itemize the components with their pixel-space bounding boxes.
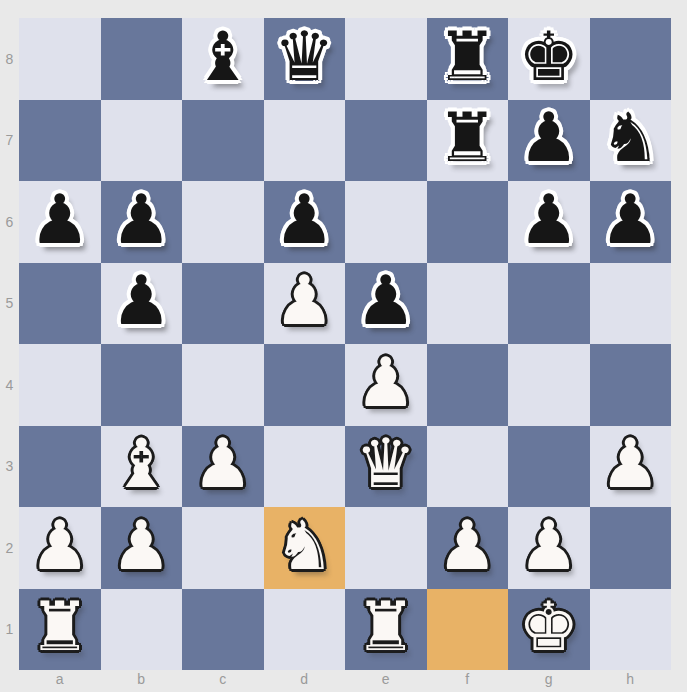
white-rook-icon[interactable]: ♜ <box>29 593 90 661</box>
rank-label-2: 2 <box>0 507 19 589</box>
rank-label-6: 6 <box>0 181 19 263</box>
square-g7[interactable]: ♟ <box>508 100 590 182</box>
white-pawn-icon[interactable]: ♟ <box>355 349 416 417</box>
file-label-d: d <box>264 666 346 692</box>
square-a7[interactable] <box>19 100 101 182</box>
square-d5[interactable]: ♟ <box>264 263 346 345</box>
square-f2[interactable]: ♟ <box>427 507 509 589</box>
black-pawn-icon[interactable]: ♟ <box>111 267 172 335</box>
square-a8[interactable] <box>19 18 101 100</box>
square-h8[interactable] <box>590 18 672 100</box>
white-knight-icon[interactable]: ♞ <box>274 512 335 580</box>
file-label-f: f <box>427 666 509 692</box>
square-f6[interactable] <box>427 181 509 263</box>
square-f5[interactable] <box>427 263 509 345</box>
black-pawn-icon[interactable]: ♟ <box>518 186 579 254</box>
square-c6[interactable] <box>182 181 264 263</box>
square-a2[interactable]: ♟ <box>19 507 101 589</box>
square-h3[interactable]: ♟ <box>590 426 672 508</box>
file-label-c: c <box>182 666 264 692</box>
square-e5[interactable]: ♟ <box>345 263 427 345</box>
square-a1[interactable]: ♜ <box>19 589 101 671</box>
square-b6[interactable]: ♟ <box>101 181 183 263</box>
square-e1[interactable]: ♜ <box>345 589 427 671</box>
black-pawn-icon[interactable]: ♟ <box>600 186 661 254</box>
square-a4[interactable] <box>19 344 101 426</box>
square-d2[interactable]: ♞ <box>264 507 346 589</box>
square-g1[interactable]: ♚ <box>508 589 590 671</box>
square-b2[interactable]: ♟ <box>101 507 183 589</box>
black-knight-icon[interactable]: ♞ <box>600 104 661 172</box>
white-pawn-icon[interactable]: ♟ <box>29 512 90 580</box>
file-labels: abcdefgh <box>19 666 671 692</box>
square-c4[interactable] <box>182 344 264 426</box>
rank-label-5: 5 <box>0 263 19 345</box>
square-e2[interactable] <box>345 507 427 589</box>
square-f1[interactable] <box>427 589 509 671</box>
square-h1[interactable] <box>590 589 672 671</box>
square-h4[interactable] <box>590 344 672 426</box>
black-pawn-icon[interactable]: ♟ <box>274 186 335 254</box>
white-pawn-icon[interactable]: ♟ <box>111 512 172 580</box>
square-h6[interactable]: ♟ <box>590 181 672 263</box>
square-c1[interactable] <box>182 589 264 671</box>
square-e6[interactable] <box>345 181 427 263</box>
black-bishop-icon[interactable]: ♝ <box>192 23 253 91</box>
square-e3[interactable]: ♛ <box>345 426 427 508</box>
chess-board[interactable]: ♝♛♜♚♜♟♞♟♟♟♟♟♟♟♟♟♝♟♛♟♟♟♞♟♟♜♜♚ <box>19 18 671 670</box>
square-b1[interactable] <box>101 589 183 671</box>
white-pawn-icon[interactable]: ♟ <box>192 430 253 498</box>
file-label-b: b <box>101 666 183 692</box>
square-e4[interactable]: ♟ <box>345 344 427 426</box>
square-e7[interactable] <box>345 100 427 182</box>
white-pawn-icon[interactable]: ♟ <box>437 512 498 580</box>
rank-label-3: 3 <box>0 426 19 508</box>
white-bishop-icon[interactable]: ♝ <box>111 430 172 498</box>
square-a5[interactable] <box>19 263 101 345</box>
white-pawn-icon[interactable]: ♟ <box>274 267 335 335</box>
square-e8[interactable] <box>345 18 427 100</box>
black-rook-icon[interactable]: ♜ <box>437 104 498 172</box>
square-a3[interactable] <box>19 426 101 508</box>
square-b3[interactable]: ♝ <box>101 426 183 508</box>
square-d4[interactable] <box>264 344 346 426</box>
square-d7[interactable] <box>264 100 346 182</box>
rank-label-7: 7 <box>0 100 19 182</box>
white-pawn-icon[interactable]: ♟ <box>600 430 661 498</box>
square-f7[interactable]: ♜ <box>427 100 509 182</box>
square-f8[interactable]: ♜ <box>427 18 509 100</box>
square-b4[interactable] <box>101 344 183 426</box>
square-b7[interactable] <box>101 100 183 182</box>
white-king-icon[interactable]: ♚ <box>518 593 579 661</box>
white-queen-icon[interactable]: ♛ <box>355 430 416 498</box>
file-label-e: e <box>345 666 427 692</box>
square-c8[interactable]: ♝ <box>182 18 264 100</box>
square-c2[interactable] <box>182 507 264 589</box>
square-g8[interactable]: ♚ <box>508 18 590 100</box>
square-a6[interactable]: ♟ <box>19 181 101 263</box>
rank-labels: 87654321 <box>0 18 19 670</box>
square-f3[interactable] <box>427 426 509 508</box>
rank-label-1: 1 <box>0 589 19 671</box>
black-pawn-icon[interactable]: ♟ <box>111 186 172 254</box>
square-g6[interactable]: ♟ <box>508 181 590 263</box>
square-h2[interactable] <box>590 507 672 589</box>
file-label-a: a <box>19 666 101 692</box>
black-pawn-icon[interactable]: ♟ <box>29 186 90 254</box>
black-queen-icon[interactable]: ♛ <box>274 23 335 91</box>
square-g2[interactable]: ♟ <box>508 507 590 589</box>
square-g4[interactable] <box>508 344 590 426</box>
file-label-g: g <box>508 666 590 692</box>
chess-app-stage: 87654321 ♝♛♜♚♜♟♞♟♟♟♟♟♟♟♟♟♝♟♛♟♟♟♞♟♟♜♜♚ ab… <box>0 0 687 692</box>
square-d1[interactable] <box>264 589 346 671</box>
square-g3[interactable] <box>508 426 590 508</box>
black-king-icon[interactable]: ♚ <box>518 23 579 91</box>
square-b8[interactable] <box>101 18 183 100</box>
black-pawn-icon[interactable]: ♟ <box>355 267 416 335</box>
white-pawn-icon[interactable]: ♟ <box>518 512 579 580</box>
square-d3[interactable] <box>264 426 346 508</box>
square-d8[interactable]: ♛ <box>264 18 346 100</box>
square-b5[interactable]: ♟ <box>101 263 183 345</box>
square-c3[interactable]: ♟ <box>182 426 264 508</box>
white-rook-icon[interactable]: ♜ <box>355 593 416 661</box>
square-f4[interactable] <box>427 344 509 426</box>
square-g5[interactable] <box>508 263 590 345</box>
file-label-h: h <box>590 666 672 692</box>
square-c7[interactable] <box>182 100 264 182</box>
black-rook-icon[interactable]: ♜ <box>437 23 498 91</box>
square-h5[interactable] <box>590 263 672 345</box>
square-c5[interactable] <box>182 263 264 345</box>
rank-label-8: 8 <box>0 18 19 100</box>
square-d6[interactable]: ♟ <box>264 181 346 263</box>
black-pawn-icon[interactable]: ♟ <box>518 104 579 172</box>
rank-label-4: 4 <box>0 344 19 426</box>
square-h7[interactable]: ♞ <box>590 100 672 182</box>
